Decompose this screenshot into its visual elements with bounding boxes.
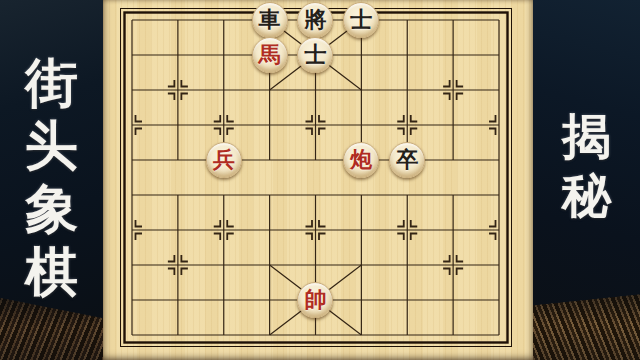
piece-black-advisor[interactable]: 士	[338, 3, 384, 38]
banner-char: 街	[25, 56, 78, 110]
piece-red-soldier[interactable]: 兵	[201, 143, 247, 178]
piece-black-chariot[interactable]: 車	[247, 3, 293, 38]
wood-floor-right	[533, 280, 640, 360]
piece-black-general[interactable]: 將	[293, 3, 339, 38]
piece-red-cannon[interactable]: 炮	[338, 143, 384, 178]
banner-char: 象	[25, 182, 78, 236]
piece-red-general[interactable]: 帥	[293, 283, 339, 318]
video-frame: 街 头 象 棋 揭 秘 車將士馬士兵炮卒帥	[0, 0, 640, 360]
pieces-grid: 車將士馬士兵炮卒帥	[109, 3, 522, 353]
xiangqi-board: 車將士馬士兵炮卒帥	[103, 0, 533, 360]
piece-black-soldier[interactable]: 卒	[384, 143, 430, 178]
banner-char: 头	[25, 119, 78, 173]
piece-red-horse[interactable]: 馬	[247, 38, 293, 73]
banner-char: 棋	[25, 245, 78, 299]
piece-black-advisor-2[interactable]: 士	[293, 38, 339, 73]
banner-char: 揭	[562, 112, 611, 162]
banner-char: 秘	[562, 171, 611, 221]
right-banner-title: 揭 秘	[533, 112, 640, 221]
right-banner: 揭 秘	[533, 0, 640, 360]
left-banner: 街 头 象 棋	[0, 0, 103, 360]
left-banner-title: 街 头 象 棋	[0, 56, 103, 299]
